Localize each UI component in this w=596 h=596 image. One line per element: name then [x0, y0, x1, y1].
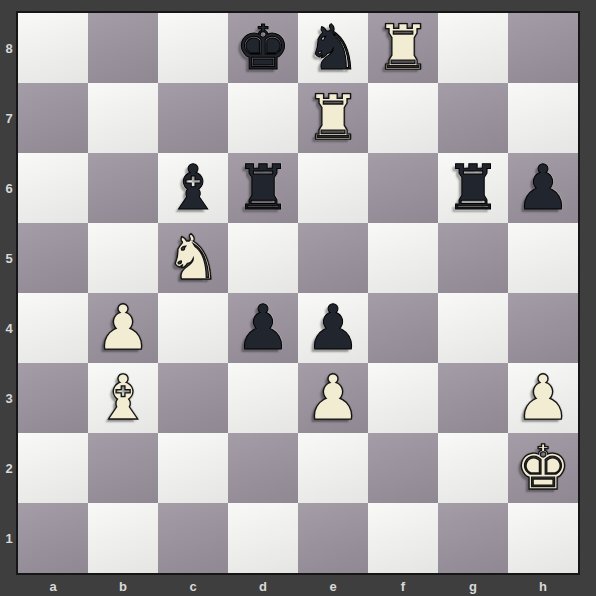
square-c1[interactable]	[158, 503, 228, 573]
square-c7[interactable]	[158, 83, 228, 153]
square-e2[interactable]	[298, 433, 368, 503]
square-g5[interactable]	[438, 223, 508, 293]
chess-board-frame: 87654321 ♚♞♜♜♝♜♜♟♞♟♟♟♝♟♟♚ abcdefgh	[0, 0, 596, 596]
rank-label-4: 4	[0, 293, 18, 363]
piece-white-rook-f8[interactable]: ♜	[375, 17, 431, 79]
square-b1[interactable]	[88, 503, 158, 573]
square-b5[interactable]	[88, 223, 158, 293]
square-d8[interactable]: ♚	[228, 13, 298, 83]
piece-white-rook-e7[interactable]: ♜	[305, 87, 361, 149]
square-b4[interactable]: ♟	[88, 293, 158, 363]
square-e6[interactable]	[298, 153, 368, 223]
square-h3[interactable]: ♟	[508, 363, 578, 433]
square-g6[interactable]: ♜	[438, 153, 508, 223]
piece-white-bishop-b3[interactable]: ♝	[95, 367, 151, 429]
square-f5[interactable]	[368, 223, 438, 293]
file-label-f: f	[368, 576, 438, 596]
rank-label-8: 8	[0, 13, 18, 83]
square-e4[interactable]: ♟	[298, 293, 368, 363]
square-c6[interactable]: ♝	[158, 153, 228, 223]
square-d5[interactable]	[228, 223, 298, 293]
square-a6[interactable]	[18, 153, 88, 223]
square-g8[interactable]	[438, 13, 508, 83]
rank-label-6: 6	[0, 153, 18, 223]
rank-label-5: 5	[0, 223, 18, 293]
square-g1[interactable]	[438, 503, 508, 573]
file-label-g: g	[438, 576, 508, 596]
file-label-a: a	[18, 576, 88, 596]
file-label-c: c	[158, 576, 228, 596]
square-d1[interactable]	[228, 503, 298, 573]
square-e8[interactable]: ♞	[298, 13, 368, 83]
square-f6[interactable]	[368, 153, 438, 223]
square-d3[interactable]	[228, 363, 298, 433]
square-a5[interactable]	[18, 223, 88, 293]
square-f3[interactable]	[368, 363, 438, 433]
rank-label-3: 3	[0, 363, 18, 433]
file-label-e: e	[298, 576, 368, 596]
square-a7[interactable]	[18, 83, 88, 153]
square-e5[interactable]	[298, 223, 368, 293]
rank-labels: 87654321	[0, 13, 18, 573]
square-g2[interactable]	[438, 433, 508, 503]
square-g4[interactable]	[438, 293, 508, 363]
piece-white-pawn-h3[interactable]: ♟	[515, 367, 571, 429]
rank-label-7: 7	[0, 83, 18, 153]
square-d7[interactable]	[228, 83, 298, 153]
square-b8[interactable]	[88, 13, 158, 83]
square-c5[interactable]: ♞	[158, 223, 228, 293]
square-c2[interactable]	[158, 433, 228, 503]
piece-black-knight-e8[interactable]: ♞	[305, 17, 361, 79]
file-label-d: d	[228, 576, 298, 596]
square-f7[interactable]	[368, 83, 438, 153]
square-h1[interactable]	[508, 503, 578, 573]
piece-black-pawn-h6[interactable]: ♟	[515, 157, 571, 219]
square-a3[interactable]	[18, 363, 88, 433]
piece-black-rook-g6[interactable]: ♜	[445, 157, 501, 219]
square-a4[interactable]	[18, 293, 88, 363]
piece-white-knight-c5[interactable]: ♞	[165, 227, 221, 289]
square-c8[interactable]	[158, 13, 228, 83]
square-f4[interactable]	[368, 293, 438, 363]
square-h5[interactable]	[508, 223, 578, 293]
square-c3[interactable]	[158, 363, 228, 433]
square-e7[interactable]: ♜	[298, 83, 368, 153]
piece-black-king-d8[interactable]: ♚	[235, 17, 291, 79]
square-b2[interactable]	[88, 433, 158, 503]
square-b3[interactable]: ♝	[88, 363, 158, 433]
piece-white-king-h2[interactable]: ♚	[515, 437, 571, 499]
square-h4[interactable]	[508, 293, 578, 363]
square-f2[interactable]	[368, 433, 438, 503]
piece-black-bishop-c6[interactable]: ♝	[165, 157, 221, 219]
square-d6[interactable]: ♜	[228, 153, 298, 223]
square-f8[interactable]: ♜	[368, 13, 438, 83]
piece-black-rook-d6[interactable]: ♜	[235, 157, 291, 219]
square-a1[interactable]	[18, 503, 88, 573]
square-e1[interactable]	[298, 503, 368, 573]
square-h2[interactable]: ♚	[508, 433, 578, 503]
square-h8[interactable]	[508, 13, 578, 83]
square-h7[interactable]	[508, 83, 578, 153]
rank-label-2: 2	[0, 433, 18, 503]
square-b6[interactable]	[88, 153, 158, 223]
piece-black-pawn-e4[interactable]: ♟	[305, 297, 361, 359]
square-d4[interactable]: ♟	[228, 293, 298, 363]
square-d2[interactable]	[228, 433, 298, 503]
square-a8[interactable]	[18, 13, 88, 83]
square-a2[interactable]	[18, 433, 88, 503]
square-b7[interactable]	[88, 83, 158, 153]
file-labels: abcdefgh	[18, 576, 578, 596]
square-g7[interactable]	[438, 83, 508, 153]
square-f1[interactable]	[368, 503, 438, 573]
square-c4[interactable]	[158, 293, 228, 363]
file-label-h: h	[508, 576, 578, 596]
square-g3[interactable]	[438, 363, 508, 433]
piece-white-pawn-e3[interactable]: ♟	[305, 367, 361, 429]
square-e3[interactable]: ♟	[298, 363, 368, 433]
file-label-b: b	[88, 576, 158, 596]
chess-board[interactable]: ♚♞♜♜♝♜♜♟♞♟♟♟♝♟♟♚	[18, 13, 578, 573]
piece-black-pawn-d4[interactable]: ♟	[235, 297, 291, 359]
piece-white-pawn-b4[interactable]: ♟	[95, 297, 151, 359]
square-h6[interactable]: ♟	[508, 153, 578, 223]
rank-label-1: 1	[0, 503, 18, 573]
